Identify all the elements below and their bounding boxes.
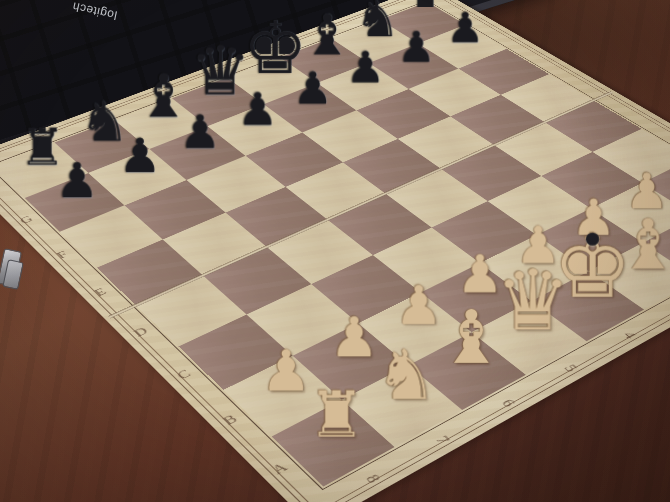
scene-3d: ♜♞♝♛♚♝♞♜♟♟♟♟♟♟♟♟♟♟♟♟♟♟♟♟♜♞♝♛♚♝♞♜ HGFEDCB… [0, 0, 670, 502]
white-pawn: ♟ [515, 221, 561, 270]
white-pawn: ♟ [625, 168, 669, 214]
chess-board: ♜♞♝♛♚♝♞♜♟♟♟♟♟♟♟♟♟♟♟♟♟♟♟♟♜♞♝♛♚♝♞♜ HGFEDCB… [0, 0, 670, 502]
photo-scene: logitech ♜♞♝♛♚♝♞♜♟♟♟♟♟♟♟♟♟♟♟♟♟♟♟♟♜♞♝♛♚♝♞… [0, 0, 670, 502]
